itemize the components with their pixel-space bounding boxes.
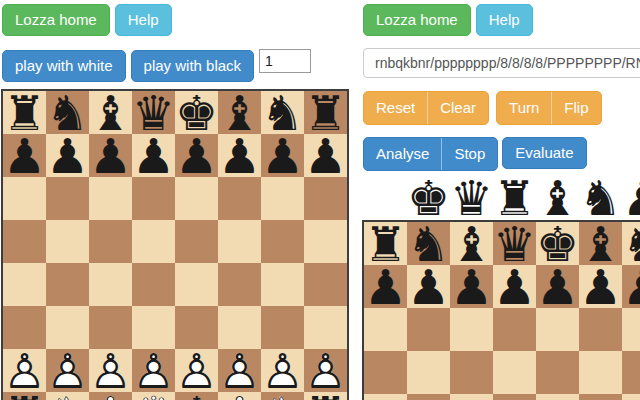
square-e1[interactable]: ♚♔ (175, 392, 218, 400)
turn-button[interactable]: Turn (497, 92, 551, 124)
palette-black-rook[interactable]: ♜ (493, 176, 536, 220)
black-pawn: ♟ (450, 265, 493, 309)
square-f5[interactable] (579, 351, 622, 394)
lozza-home-button[interactable]: Lozza home (2, 4, 110, 36)
analyse-button[interactable]: Analyse (364, 138, 441, 170)
square-e7[interactable]: ♟ (536, 265, 579, 308)
square-a7[interactable]: ♟ (3, 134, 46, 177)
square-b1[interactable]: ♞♘ (46, 392, 89, 400)
black-knight-icon: ♞ (579, 176, 622, 220)
game-number-input[interactable] (259, 49, 311, 73)
edit-board[interactable]: ♜♞♝♛♚♝♞♜♟♟♟♟♟♟♟♟♟♙♟♙♟♙♟♙♟♙♟♙♟♙♟♙♜♖♞♘♝♗♛♕… (362, 220, 640, 400)
black-rook-icon: ♜ (493, 176, 536, 220)
black-queen-icon: ♛ (450, 176, 493, 220)
white-queen: ♛♕ (132, 392, 175, 400)
square-h7[interactable]: ♟ (304, 134, 347, 177)
square-d4[interactable] (493, 394, 536, 400)
white-knight: ♞♘ (46, 392, 89, 400)
black-pawn: ♟ (622, 265, 640, 309)
square-f4[interactable] (218, 263, 261, 306)
square-h5[interactable] (304, 220, 347, 263)
white-rook: ♜♖ (3, 392, 46, 400)
square-c5[interactable] (89, 220, 132, 263)
square-g5[interactable] (622, 351, 640, 394)
square-e4[interactable] (536, 394, 579, 400)
clear-button[interactable]: Clear (427, 92, 488, 124)
lozza-home-button-right[interactable]: Lozza home (363, 4, 471, 36)
square-g7[interactable]: ♟ (622, 265, 640, 308)
black-pawn: ♟ (261, 134, 304, 178)
square-f7[interactable]: ♟ (579, 265, 622, 308)
square-g4[interactable] (622, 394, 640, 400)
right-top-button-row: Lozza home Help (363, 4, 533, 36)
square-e7[interactable]: ♟ (175, 134, 218, 177)
black-pawn: ♟ (3, 134, 46, 178)
square-b5[interactable] (407, 351, 450, 394)
square-b7[interactable]: ♟ (46, 134, 89, 177)
square-c7[interactable]: ♟ (450, 265, 493, 308)
square-a4[interactable] (3, 263, 46, 306)
square-f7[interactable]: ♟ (218, 134, 261, 177)
square-e4[interactable] (175, 263, 218, 306)
stop-button[interactable]: Stop (441, 138, 497, 170)
help-button-right[interactable]: Help (476, 4, 533, 36)
play-with-black-button[interactable]: play with black (131, 50, 255, 82)
white-knight: ♞♘ (261, 392, 304, 400)
white-king: ♚♔ (175, 392, 218, 400)
turn-flip-group: Turn Flip (496, 91, 601, 125)
help-button[interactable]: Help (115, 4, 172, 36)
left-top-button-row: Lozza home Help (2, 4, 172, 36)
square-c7[interactable]: ♟ (89, 134, 132, 177)
black-pawn-icon: ♟ (622, 176, 640, 220)
square-a1[interactable]: ♜♖ (3, 392, 46, 400)
square-c4[interactable] (450, 394, 493, 400)
palette-black-pawn[interactable]: ♟ (622, 176, 640, 220)
reset-clear-group: Reset Clear (363, 91, 489, 125)
black-pawn: ♟ (304, 134, 347, 178)
square-d1[interactable]: ♛♕ (132, 392, 175, 400)
black-pawn: ♟ (46, 134, 89, 178)
black-pawn: ♟ (175, 134, 218, 178)
square-e5[interactable] (536, 351, 579, 394)
square-b5[interactable] (46, 220, 89, 263)
square-d7[interactable]: ♟ (493, 265, 536, 308)
square-e5[interactable] (175, 220, 218, 263)
square-c1[interactable]: ♝♗ (89, 392, 132, 400)
evaluate-button[interactable]: Evaluate (502, 137, 586, 169)
square-c4[interactable] (89, 263, 132, 306)
square-a5[interactable] (364, 351, 407, 394)
square-f4[interactable] (579, 394, 622, 400)
analyse-stop-group: Analyse Stop (363, 137, 498, 171)
black-bishop-icon: ♝ (536, 176, 579, 220)
play-board[interactable]: ♜♞♝♛♚♝♞♜♟♟♟♟♟♟♟♟♟♙♟♙♟♙♟♙♟♙♟♙♟♙♟♙♜♖♞♘♝♗♛♕… (1, 89, 349, 400)
square-h1[interactable]: ♜♖ (304, 392, 347, 400)
black-pawn: ♟ (407, 265, 450, 309)
black-pawn: ♟ (364, 265, 407, 309)
square-g7[interactable]: ♟ (261, 134, 304, 177)
square-d4[interactable] (132, 263, 175, 306)
black-pawn: ♟ (132, 134, 175, 178)
square-a5[interactable] (3, 220, 46, 263)
palette-black-king[interactable]: ♚ (407, 176, 450, 220)
square-d5[interactable] (493, 351, 536, 394)
black-pawn: ♟ (493, 265, 536, 309)
black-pawn: ♟ (218, 134, 261, 178)
square-a4[interactable] (364, 394, 407, 400)
palette-black-bishop[interactable]: ♝ (536, 176, 579, 220)
square-g5[interactable] (261, 220, 304, 263)
reset-button[interactable]: Reset (364, 92, 427, 124)
square-h4[interactable] (304, 263, 347, 306)
analysis-button-row: Analyse Stop Evaluate (363, 137, 587, 171)
fen-input[interactable] (363, 48, 640, 78)
flip-button[interactable]: Flip (551, 92, 600, 124)
piece-palette: ♚♛♜♝♞♟ (407, 176, 640, 220)
square-d7[interactable]: ♟ (132, 134, 175, 177)
square-b7[interactable]: ♟ (407, 265, 450, 308)
square-f5[interactable] (218, 220, 261, 263)
square-f1[interactable]: ♝♗ (218, 392, 261, 400)
white-bishop: ♝♗ (89, 392, 132, 400)
square-d5[interactable] (132, 220, 175, 263)
black-pawn: ♟ (579, 265, 622, 309)
white-rook: ♜♖ (304, 392, 347, 400)
square-b4[interactable] (46, 263, 89, 306)
square-b4[interactable] (407, 394, 450, 400)
black-pawn: ♟ (89, 134, 132, 178)
square-g1[interactable]: ♞♘ (261, 392, 304, 400)
square-c5[interactable] (450, 351, 493, 394)
palette-black-knight[interactable]: ♞ (579, 176, 622, 220)
palette-black-queen[interactable]: ♛ (450, 176, 493, 220)
black-king-icon: ♚ (407, 176, 450, 220)
board-edit-button-row: Reset Clear Turn Flip (363, 91, 602, 125)
play-controls-row: play with white play with black (2, 50, 311, 82)
black-pawn: ♟ (536, 265, 579, 309)
square-a7[interactable]: ♟ (364, 265, 407, 308)
square-g4[interactable] (261, 263, 304, 306)
play-with-white-button[interactable]: play with white (2, 50, 126, 82)
white-bishop: ♝♗ (218, 392, 261, 400)
